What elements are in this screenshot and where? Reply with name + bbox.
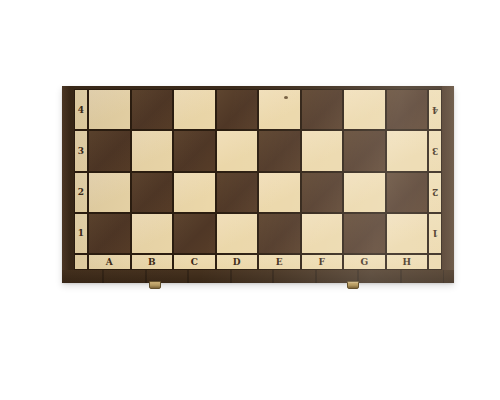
rank-label-left-4: 4 bbox=[75, 90, 87, 129]
square-c4 bbox=[174, 90, 215, 129]
square-g4 bbox=[344, 90, 385, 129]
board-frame-bottom bbox=[62, 270, 454, 283]
corner-cell bbox=[75, 255, 87, 269]
square-a1 bbox=[89, 214, 130, 253]
square-f4 bbox=[302, 90, 343, 129]
board-frame-top bbox=[74, 86, 442, 89]
square-a3 bbox=[89, 131, 130, 170]
file-label-f: F bbox=[302, 255, 343, 269]
square-b3 bbox=[132, 131, 173, 170]
square-g1 bbox=[344, 214, 385, 253]
file-label-d: D bbox=[217, 255, 258, 269]
file-label-g: G bbox=[344, 255, 385, 269]
square-d2 bbox=[217, 173, 258, 212]
file-label-e: E bbox=[259, 255, 300, 269]
square-d1 bbox=[217, 214, 258, 253]
rank-label-right-4: 4 bbox=[429, 90, 441, 129]
square-b2 bbox=[132, 173, 173, 212]
square-f1 bbox=[302, 214, 343, 253]
square-a4 bbox=[89, 90, 130, 129]
square-c3 bbox=[174, 131, 215, 170]
square-e1 bbox=[259, 214, 300, 253]
board-frame-right bbox=[442, 86, 454, 283]
board-frame-left bbox=[62, 86, 74, 283]
square-b4 bbox=[132, 90, 173, 129]
square-g3 bbox=[344, 131, 385, 170]
wood-knot bbox=[284, 96, 288, 99]
rank-label-right-1: 1 bbox=[429, 214, 441, 253]
square-h1 bbox=[387, 214, 428, 253]
photo-background: 44332211ABCDEFGH bbox=[0, 0, 500, 400]
file-label-a: A bbox=[89, 255, 130, 269]
rank-label-right-3: 3 bbox=[429, 131, 441, 170]
chessboard: 44332211ABCDEFGH bbox=[62, 86, 454, 283]
hinge-left bbox=[149, 281, 161, 289]
file-label-c: C bbox=[174, 255, 215, 269]
square-d3 bbox=[217, 131, 258, 170]
corner-cell bbox=[429, 255, 441, 269]
square-c2 bbox=[174, 173, 215, 212]
file-label-h: H bbox=[387, 255, 428, 269]
rank-label-left-1: 1 bbox=[75, 214, 87, 253]
square-f3 bbox=[302, 131, 343, 170]
square-e4 bbox=[259, 90, 300, 129]
square-c1 bbox=[174, 214, 215, 253]
file-label-b: B bbox=[132, 255, 173, 269]
rank-label-left-3: 3 bbox=[75, 131, 87, 170]
square-d4 bbox=[217, 90, 258, 129]
square-h2 bbox=[387, 173, 428, 212]
rank-label-left-2: 2 bbox=[75, 173, 87, 212]
square-e2 bbox=[259, 173, 300, 212]
rank-label-right-2: 2 bbox=[429, 173, 441, 212]
square-g2 bbox=[344, 173, 385, 212]
square-e3 bbox=[259, 131, 300, 170]
square-h3 bbox=[387, 131, 428, 170]
hinge-right bbox=[347, 281, 359, 289]
square-h4 bbox=[387, 90, 428, 129]
square-f2 bbox=[302, 173, 343, 212]
square-b1 bbox=[132, 214, 173, 253]
square-a2 bbox=[89, 173, 130, 212]
